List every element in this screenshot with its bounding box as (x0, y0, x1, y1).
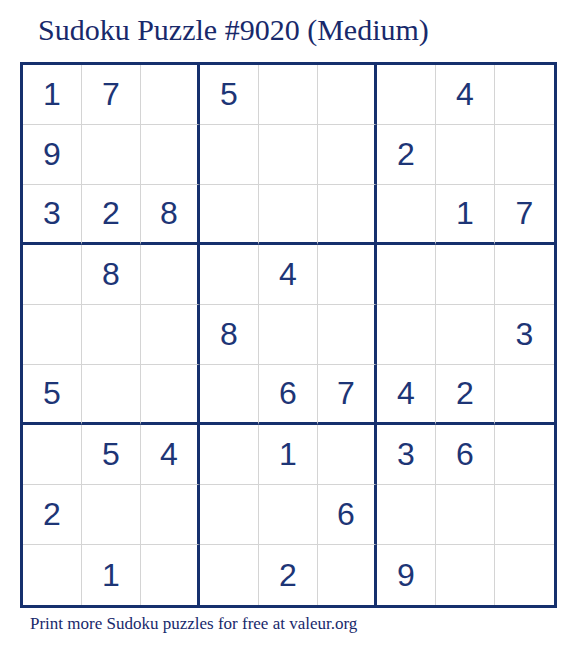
cell-r3c8: 1 (436, 185, 495, 245)
cell-r2c4 (200, 125, 259, 185)
cell-r7c4 (200, 425, 259, 485)
cell-r8c4 (200, 485, 259, 545)
cell-r5c5 (259, 305, 318, 365)
cell-r2c2 (82, 125, 141, 185)
cell-r4c7 (377, 245, 436, 305)
cell-r5c4: 8 (200, 305, 259, 365)
cell-r5c6 (318, 305, 377, 365)
cell-r4c4 (200, 245, 259, 305)
cell-r7c2: 5 (82, 425, 141, 485)
cell-r5c3 (141, 305, 200, 365)
cell-r4c9 (495, 245, 554, 305)
cell-r7c9 (495, 425, 554, 485)
cell-r7c1 (23, 425, 82, 485)
cell-r5c8 (436, 305, 495, 365)
cell-r9c3 (141, 545, 200, 605)
footer-text: Print more Sudoku puzzles for free at va… (30, 614, 357, 634)
cell-r9c1 (23, 545, 82, 605)
cell-r3c2: 2 (82, 185, 141, 245)
cell-r9c6 (318, 545, 377, 605)
cell-r1c3 (141, 65, 200, 125)
cell-r4c6 (318, 245, 377, 305)
cell-r1c1: 1 (23, 65, 82, 125)
cell-r2c9 (495, 125, 554, 185)
cell-r2c5 (259, 125, 318, 185)
cell-r6c7: 4 (377, 365, 436, 425)
cell-r6c5: 6 (259, 365, 318, 425)
cell-r6c8: 2 (436, 365, 495, 425)
cell-r3c9: 7 (495, 185, 554, 245)
cell-r4c2: 8 (82, 245, 141, 305)
cell-r9c2: 1 (82, 545, 141, 605)
cell-r8c7 (377, 485, 436, 545)
page-title: Sudoku Puzzle #9020 (Medium) (38, 12, 429, 48)
cell-r8c6: 6 (318, 485, 377, 545)
cell-r2c6 (318, 125, 377, 185)
sudoku-board: 175492328178483567425413626129 (20, 62, 557, 608)
cell-r6c3 (141, 365, 200, 425)
cell-r4c5: 4 (259, 245, 318, 305)
cell-r3c4 (200, 185, 259, 245)
cell-r1c9 (495, 65, 554, 125)
cell-r1c7 (377, 65, 436, 125)
cell-r7c8: 6 (436, 425, 495, 485)
cell-r3c6 (318, 185, 377, 245)
cell-r5c7 (377, 305, 436, 365)
cell-r1c8: 4 (436, 65, 495, 125)
cell-r6c4 (200, 365, 259, 425)
cell-r2c3 (141, 125, 200, 185)
cell-r6c2 (82, 365, 141, 425)
cell-r8c5 (259, 485, 318, 545)
sudoku-page: Sudoku Puzzle #9020 (Medium) 17549232817… (0, 0, 574, 651)
cell-r8c9 (495, 485, 554, 545)
cell-r9c4 (200, 545, 259, 605)
cell-r3c3: 8 (141, 185, 200, 245)
cell-r4c3 (141, 245, 200, 305)
cell-r5c2 (82, 305, 141, 365)
cell-r6c6: 7 (318, 365, 377, 425)
cell-r2c8 (436, 125, 495, 185)
cell-r8c1: 2 (23, 485, 82, 545)
cell-r1c5 (259, 65, 318, 125)
cell-r9c7: 9 (377, 545, 436, 605)
cell-r5c9: 3 (495, 305, 554, 365)
cell-r9c9 (495, 545, 554, 605)
cell-r2c1: 9 (23, 125, 82, 185)
cell-r1c6 (318, 65, 377, 125)
cell-r5c1 (23, 305, 82, 365)
cell-r7c3: 4 (141, 425, 200, 485)
cell-r8c2 (82, 485, 141, 545)
cell-r3c5 (259, 185, 318, 245)
cell-r8c3 (141, 485, 200, 545)
cell-r4c8 (436, 245, 495, 305)
cell-r4c1 (23, 245, 82, 305)
cell-r3c7 (377, 185, 436, 245)
cell-r6c9 (495, 365, 554, 425)
cell-r7c6 (318, 425, 377, 485)
cell-r9c8 (436, 545, 495, 605)
cell-r1c4: 5 (200, 65, 259, 125)
cell-r2c7: 2 (377, 125, 436, 185)
cell-r1c2: 7 (82, 65, 141, 125)
cell-r7c5: 1 (259, 425, 318, 485)
cell-r8c8 (436, 485, 495, 545)
cell-r9c5: 2 (259, 545, 318, 605)
cell-r7c7: 3 (377, 425, 436, 485)
cell-r3c1: 3 (23, 185, 82, 245)
cell-r6c1: 5 (23, 365, 82, 425)
